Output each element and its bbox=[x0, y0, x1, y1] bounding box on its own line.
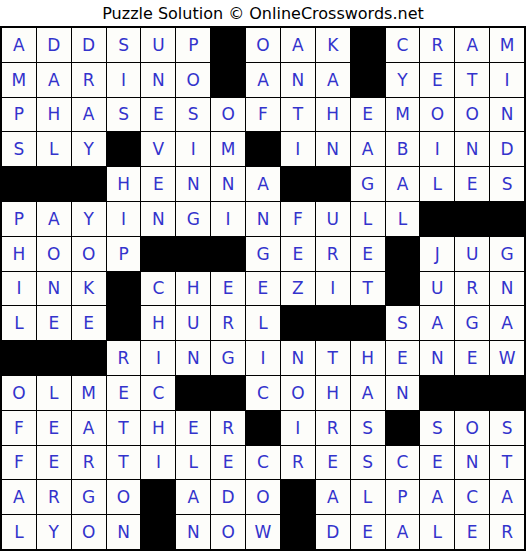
letter-cell: I bbox=[107, 63, 141, 97]
letter-cell: E bbox=[316, 446, 350, 480]
black-cell bbox=[141, 480, 175, 514]
letter-cell: G bbox=[176, 202, 210, 236]
letter-cell: V bbox=[141, 132, 175, 166]
letter-cell: H bbox=[37, 98, 71, 132]
black-cell bbox=[455, 376, 489, 410]
letter-cell: L bbox=[2, 515, 36, 549]
letter-cell: N bbox=[281, 341, 315, 375]
letter-cell: O bbox=[176, 63, 210, 97]
black-cell bbox=[281, 306, 315, 340]
letter-cell: R bbox=[490, 515, 524, 549]
letter-cell: L bbox=[386, 202, 420, 236]
letter-cell: G bbox=[490, 237, 524, 271]
letter-cell: E bbox=[37, 306, 71, 340]
letter-cell: W bbox=[246, 515, 280, 549]
letter-cell: O bbox=[107, 480, 141, 514]
black-cell bbox=[107, 306, 141, 340]
page-title: Puzzle Solution © OnlineCrosswords.net bbox=[0, 0, 526, 26]
letter-cell: I bbox=[316, 272, 350, 306]
letter-cell: N bbox=[281, 63, 315, 97]
black-cell bbox=[351, 63, 385, 97]
letter-cell: A bbox=[2, 480, 36, 514]
letter-cell: E bbox=[455, 167, 489, 201]
letter-cell: U bbox=[420, 272, 454, 306]
letter-cell: A bbox=[37, 202, 71, 236]
letter-cell: O bbox=[211, 98, 245, 132]
letter-cell: D bbox=[490, 132, 524, 166]
letter-cell: E bbox=[455, 515, 489, 549]
letter-cell: A bbox=[2, 28, 36, 62]
letter-cell: E bbox=[351, 98, 385, 132]
letter-cell: R bbox=[420, 28, 454, 62]
letter-cell: C bbox=[246, 376, 280, 410]
letter-cell: A bbox=[72, 411, 106, 445]
letter-cell: A bbox=[351, 376, 385, 410]
letter-cell: D bbox=[72, 28, 106, 62]
letter-cell: A bbox=[490, 480, 524, 514]
letter-cell: G bbox=[72, 480, 106, 514]
black-cell bbox=[141, 237, 175, 271]
letter-cell: F bbox=[2, 446, 36, 480]
letter-cell: H bbox=[176, 272, 210, 306]
black-cell bbox=[316, 306, 350, 340]
letter-cell: R bbox=[316, 237, 350, 271]
letter-cell: S bbox=[386, 306, 420, 340]
letter-cell: K bbox=[316, 28, 350, 62]
letter-cell: E bbox=[107, 376, 141, 410]
letter-cell: R bbox=[107, 341, 141, 375]
letter-cell: S bbox=[107, 28, 141, 62]
letter-cell: N bbox=[420, 341, 454, 375]
black-cell bbox=[37, 167, 71, 201]
black-cell bbox=[246, 411, 280, 445]
letter-cell: P bbox=[176, 28, 210, 62]
letter-cell: E bbox=[351, 237, 385, 271]
black-cell bbox=[386, 237, 420, 271]
black-cell bbox=[490, 376, 524, 410]
letter-cell: U bbox=[455, 237, 489, 271]
black-cell bbox=[386, 411, 420, 445]
letter-cell: S bbox=[176, 98, 210, 132]
letter-cell: T bbox=[107, 446, 141, 480]
black-cell bbox=[37, 341, 71, 375]
letter-cell: P bbox=[386, 480, 420, 514]
letter-cell: L bbox=[246, 306, 280, 340]
letter-cell: T bbox=[490, 446, 524, 480]
letter-cell: E bbox=[420, 446, 454, 480]
letter-cell: N bbox=[490, 98, 524, 132]
letter-cell: L bbox=[420, 167, 454, 201]
black-cell bbox=[211, 237, 245, 271]
letter-cell: N bbox=[176, 515, 210, 549]
letter-cell: E bbox=[141, 98, 175, 132]
letter-cell: O bbox=[281, 376, 315, 410]
letter-cell: A bbox=[72, 98, 106, 132]
letter-cell: L bbox=[420, 515, 454, 549]
letter-cell: N bbox=[176, 341, 210, 375]
letter-cell: F bbox=[2, 411, 36, 445]
letter-cell: O bbox=[246, 480, 280, 514]
letter-cell: A bbox=[37, 63, 71, 97]
letter-cell: N bbox=[107, 515, 141, 549]
puzzle-solution-page: Puzzle Solution © OnlineCrosswords.net A… bbox=[0, 0, 526, 551]
letter-cell: C bbox=[141, 376, 175, 410]
letter-cell: T bbox=[316, 341, 350, 375]
letter-cell: C bbox=[386, 28, 420, 62]
letter-cell: H bbox=[141, 411, 175, 445]
letter-cell: E bbox=[37, 446, 71, 480]
letter-cell: R bbox=[211, 411, 245, 445]
letter-cell: M bbox=[490, 28, 524, 62]
letter-cell: S bbox=[2, 132, 36, 166]
letter-cell: O bbox=[211, 515, 245, 549]
letter-cell: T bbox=[281, 98, 315, 132]
letter-cell: O bbox=[455, 98, 489, 132]
letter-cell: R bbox=[37, 480, 71, 514]
letter-cell: P bbox=[2, 202, 36, 236]
black-cell bbox=[211, 376, 245, 410]
black-cell bbox=[246, 132, 280, 166]
letter-cell: N bbox=[455, 132, 489, 166]
letter-cell: P bbox=[107, 237, 141, 271]
letter-cell: I bbox=[2, 272, 36, 306]
letter-cell: L bbox=[2, 306, 36, 340]
letter-cell: N bbox=[211, 167, 245, 201]
letter-cell: L bbox=[176, 446, 210, 480]
black-cell bbox=[107, 132, 141, 166]
letter-cell: E bbox=[455, 341, 489, 375]
letter-cell: R bbox=[316, 411, 350, 445]
black-cell bbox=[351, 28, 385, 62]
letter-cell: N bbox=[37, 272, 71, 306]
letter-cell: H bbox=[316, 98, 350, 132]
letter-cell: R bbox=[72, 63, 106, 97]
black-cell bbox=[107, 272, 141, 306]
black-cell bbox=[386, 272, 420, 306]
letter-cell: A bbox=[420, 306, 454, 340]
letter-cell: M bbox=[386, 98, 420, 132]
letter-cell: A bbox=[420, 480, 454, 514]
letter-cell: E bbox=[281, 237, 315, 271]
letter-cell: Y bbox=[72, 132, 106, 166]
letter-cell: A bbox=[490, 306, 524, 340]
letter-cell: I bbox=[281, 411, 315, 445]
letter-cell: E bbox=[386, 341, 420, 375]
letter-cell: N bbox=[141, 202, 175, 236]
black-cell bbox=[281, 167, 315, 201]
letter-cell: L bbox=[351, 480, 385, 514]
letter-cell: C bbox=[141, 272, 175, 306]
letter-cell: I bbox=[420, 132, 454, 166]
black-cell bbox=[455, 202, 489, 236]
letter-cell: T bbox=[107, 411, 141, 445]
letter-cell: W bbox=[490, 341, 524, 375]
letter-cell: R bbox=[72, 446, 106, 480]
letter-cell: Z bbox=[281, 272, 315, 306]
letter-cell: G bbox=[211, 341, 245, 375]
letter-cell: C bbox=[455, 480, 489, 514]
letter-cell: A bbox=[351, 132, 385, 166]
letter-cell: F bbox=[281, 202, 315, 236]
letter-cell: H bbox=[316, 376, 350, 410]
letter-cell: K bbox=[72, 272, 106, 306]
letter-cell: S bbox=[490, 167, 524, 201]
letter-cell: A bbox=[246, 167, 280, 201]
letter-cell: N bbox=[386, 376, 420, 410]
letter-cell: O bbox=[420, 98, 454, 132]
letter-cell: A bbox=[316, 63, 350, 97]
letter-cell: U bbox=[316, 202, 350, 236]
letter-cell: G bbox=[351, 167, 385, 201]
letter-cell: N bbox=[316, 132, 350, 166]
letter-cell: S bbox=[420, 411, 454, 445]
black-cell bbox=[281, 480, 315, 514]
letter-cell: E bbox=[211, 446, 245, 480]
letter-cell: J bbox=[420, 237, 454, 271]
letter-cell: H bbox=[107, 167, 141, 201]
letter-cell: E bbox=[211, 272, 245, 306]
black-cell bbox=[316, 167, 350, 201]
letter-cell: O bbox=[72, 237, 106, 271]
letter-cell: D bbox=[37, 28, 71, 62]
letter-cell: Y bbox=[72, 202, 106, 236]
letter-cell: A bbox=[246, 63, 280, 97]
letter-cell: I bbox=[211, 202, 245, 236]
letter-cell: S bbox=[351, 411, 385, 445]
letter-cell: A bbox=[316, 480, 350, 514]
letter-cell: R bbox=[211, 306, 245, 340]
letter-cell: F bbox=[246, 98, 280, 132]
letter-cell: E bbox=[141, 167, 175, 201]
letter-cell: A bbox=[386, 515, 420, 549]
letter-cell: E bbox=[246, 272, 280, 306]
letter-cell: E bbox=[351, 515, 385, 549]
letter-cell: D bbox=[316, 515, 350, 549]
letter-cell: R bbox=[455, 272, 489, 306]
letter-cell: U bbox=[141, 28, 175, 62]
letter-cell: R bbox=[281, 446, 315, 480]
letter-cell: N bbox=[455, 446, 489, 480]
black-cell bbox=[141, 515, 175, 549]
black-cell bbox=[2, 341, 36, 375]
black-cell bbox=[490, 202, 524, 236]
letter-cell: M bbox=[72, 376, 106, 410]
letter-cell: G bbox=[455, 306, 489, 340]
letter-cell: N bbox=[246, 202, 280, 236]
letter-cell: E bbox=[420, 63, 454, 97]
letter-cell: E bbox=[72, 306, 106, 340]
black-cell bbox=[176, 237, 210, 271]
letter-cell: E bbox=[176, 411, 210, 445]
letter-cell: I bbox=[281, 132, 315, 166]
letter-cell: A bbox=[455, 28, 489, 62]
black-cell bbox=[2, 167, 36, 201]
letter-cell: Y bbox=[386, 63, 420, 97]
black-cell bbox=[211, 28, 245, 62]
black-cell bbox=[211, 63, 245, 97]
letter-cell: S bbox=[351, 446, 385, 480]
letter-cell: S bbox=[490, 411, 524, 445]
letter-cell: T bbox=[455, 63, 489, 97]
black-cell bbox=[281, 515, 315, 549]
black-cell bbox=[176, 376, 210, 410]
letter-cell: I bbox=[246, 341, 280, 375]
letter-cell: O bbox=[246, 28, 280, 62]
black-cell bbox=[72, 341, 106, 375]
black-cell bbox=[420, 376, 454, 410]
letter-cell: H bbox=[141, 306, 175, 340]
letter-cell: M bbox=[211, 132, 245, 166]
crossword-grid: ADDSUPOAKCRAMMARINOANAYETIPHASESOFTHEMOO… bbox=[0, 26, 526, 551]
letter-cell: I bbox=[141, 341, 175, 375]
letter-cell: Y bbox=[37, 515, 71, 549]
letter-cell: C bbox=[246, 446, 280, 480]
letter-cell: L bbox=[351, 202, 385, 236]
letter-cell: H bbox=[351, 341, 385, 375]
letter-cell: A bbox=[176, 480, 210, 514]
letter-cell: D bbox=[211, 480, 245, 514]
letter-cell: I bbox=[176, 132, 210, 166]
letter-cell: N bbox=[141, 63, 175, 97]
letter-cell: O bbox=[2, 376, 36, 410]
letter-cell: I bbox=[107, 202, 141, 236]
black-cell bbox=[420, 202, 454, 236]
letter-cell: M bbox=[2, 63, 36, 97]
letter-cell: O bbox=[455, 411, 489, 445]
letter-cell: B bbox=[386, 132, 420, 166]
letter-cell: L bbox=[37, 132, 71, 166]
letter-cell: E bbox=[37, 411, 71, 445]
letter-cell: N bbox=[176, 167, 210, 201]
letter-cell: O bbox=[37, 237, 71, 271]
letter-cell: O bbox=[72, 515, 106, 549]
letter-cell: H bbox=[2, 237, 36, 271]
letter-cell: I bbox=[490, 63, 524, 97]
letter-cell: T bbox=[351, 272, 385, 306]
letter-cell: A bbox=[386, 167, 420, 201]
letter-cell: P bbox=[2, 98, 36, 132]
letter-cell: S bbox=[107, 98, 141, 132]
letter-cell: N bbox=[490, 272, 524, 306]
letter-cell: C bbox=[386, 446, 420, 480]
letter-cell: I bbox=[141, 446, 175, 480]
letter-cell: L bbox=[37, 376, 71, 410]
letter-cell: U bbox=[176, 306, 210, 340]
letter-cell: A bbox=[281, 28, 315, 62]
letter-cell: G bbox=[246, 237, 280, 271]
black-cell bbox=[351, 306, 385, 340]
black-cell bbox=[72, 167, 106, 201]
